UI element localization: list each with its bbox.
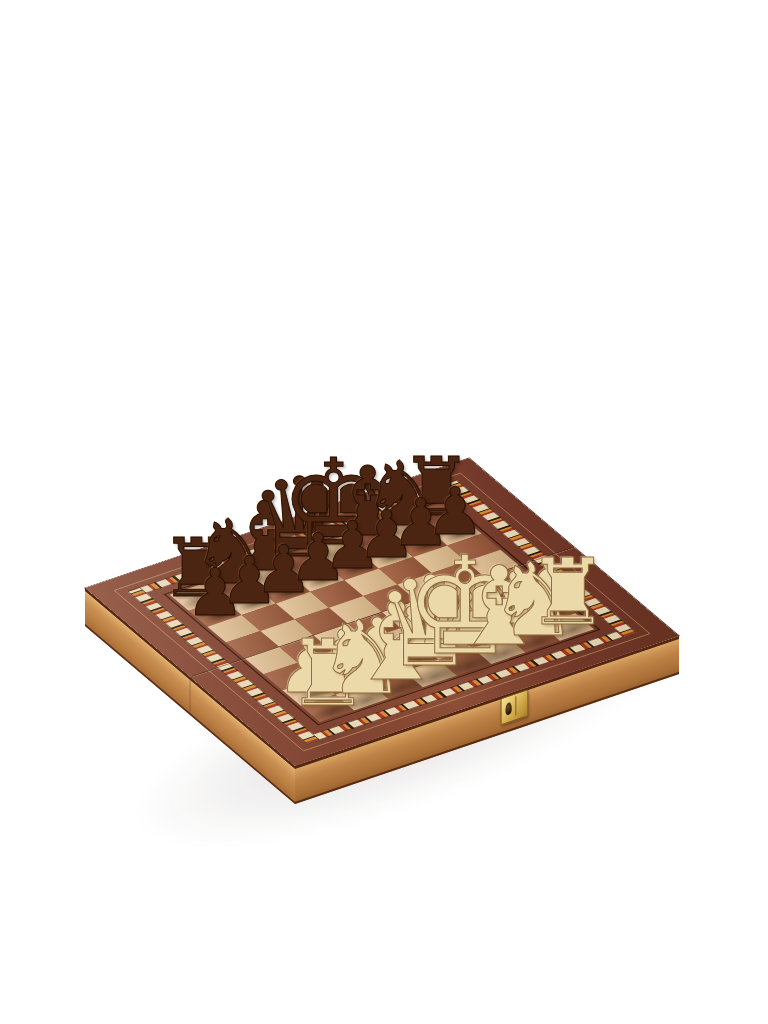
clasp-ridge xyxy=(515,696,516,715)
box-fold-seam-side xyxy=(190,677,191,714)
clasp-keyhole-icon xyxy=(506,702,512,716)
product-photo-chess-set: ♜♞♝♛♚♝♞♜♟♟♟♟♟♟♟♟♟♟♟♟♟♟♟♟♜♞♝♛♚♝♞♜ xyxy=(0,0,768,1024)
